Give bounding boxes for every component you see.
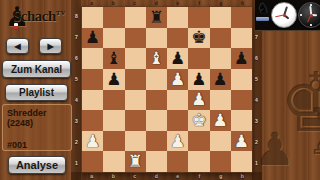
square-c6[interactable] [125, 48, 146, 69]
black-analog-clock [298, 2, 320, 28]
square-h5[interactable] [231, 69, 252, 90]
white-analog-clock [271, 2, 297, 28]
square-c2[interactable] [125, 131, 146, 152]
schachtv-logo: ♟ SchachTV [2, 2, 78, 34]
square-f3[interactable]: ♚ [188, 110, 209, 131]
square-a4[interactable] [82, 90, 103, 111]
square-f4[interactable]: ♟ [188, 90, 209, 111]
black-pawn[interactable]: ♟ [106, 70, 121, 87]
file-label-b: b [103, 173, 125, 180]
square-e1[interactable] [167, 151, 188, 172]
engine-name: Shredder [7, 108, 67, 118]
square-c1[interactable]: ♜ [125, 151, 146, 172]
square-a1[interactable] [82, 151, 103, 172]
square-b1[interactable] [103, 151, 124, 172]
rank-label-1: 1 [253, 152, 260, 173]
black-piece-icon: ♞ [257, 0, 270, 16]
app-screen: ♟ ♚ ♜ abcdefgh abcdefgh 87654321 8765432… [0, 0, 320, 180]
black-pawn[interactable]: ♟ [191, 70, 206, 87]
square-g3[interactable]: ♟ [210, 110, 231, 131]
square-h4[interactable] [231, 90, 252, 111]
white-clock-pin [283, 14, 286, 17]
rank-label-1: 1 [73, 152, 80, 173]
rank-label-3: 3 [253, 110, 260, 131]
square-f8[interactable] [188, 7, 209, 28]
square-c4[interactable] [125, 90, 146, 111]
game-number: #001 [7, 140, 67, 150]
square-b4[interactable] [103, 90, 124, 111]
square-a8[interactable] [82, 7, 103, 28]
rank-label-5: 5 [73, 69, 80, 90]
square-f7[interactable]: ♚ [188, 28, 209, 49]
white-pawn[interactable]: ♟ [85, 132, 100, 149]
black-king[interactable]: ♚ [191, 29, 206, 46]
file-labels-bottom: abcdefgh [81, 173, 253, 180]
clock-tick-6 [310, 24, 312, 26]
square-c3[interactable] [125, 110, 146, 131]
square-h7[interactable] [231, 28, 252, 49]
black-pawn[interactable]: ♟ [170, 50, 185, 67]
square-h2[interactable]: ♟ [231, 131, 252, 152]
square-g5[interactable]: ♟ [210, 69, 231, 90]
analyse-button[interactable]: Analyse [8, 156, 66, 174]
game-info-panel: Shredder (2248) #001 [2, 104, 72, 151]
square-h6[interactable]: ♟ [231, 48, 252, 69]
square-d4[interactable] [146, 90, 167, 111]
previous-button[interactable]: ◀ [6, 38, 29, 54]
clock-panel: ♞ [255, 0, 320, 31]
square-e6[interactable]: ♟ [167, 48, 188, 69]
square-f2[interactable] [188, 131, 209, 152]
engine-rating: (2248) [7, 118, 67, 128]
decor-rook-silhouette: ♜ [303, 100, 320, 164]
square-g8[interactable] [210, 7, 231, 28]
square-f1[interactable] [188, 151, 209, 172]
chess-board: ♜♟♚♝♝♟♟♟♟♟♟♟♚♟♟♟♟♜ [81, 6, 253, 173]
file-label-f: f [189, 173, 211, 180]
clock-tick-9 [300, 14, 302, 16]
square-h1[interactable] [231, 151, 252, 172]
square-d8[interactable]: ♜ [146, 7, 167, 28]
white-rook[interactable]: ♜ [128, 153, 143, 170]
square-b5[interactable]: ♟ [103, 69, 124, 90]
square-e8[interactable] [167, 7, 188, 28]
square-a5[interactable] [82, 69, 103, 90]
black-pawn[interactable]: ♟ [213, 70, 228, 87]
square-a3[interactable] [82, 110, 103, 131]
black-pawn[interactable]: ♟ [234, 50, 249, 67]
file-label-h: h [232, 173, 254, 180]
square-b2[interactable] [103, 131, 124, 152]
square-g2[interactable] [210, 131, 231, 152]
file-label-c: c [124, 173, 146, 180]
square-f6[interactable] [188, 48, 209, 69]
white-king[interactable]: ♚ [191, 111, 206, 128]
square-b3[interactable] [103, 110, 124, 131]
black-bishop[interactable]: ♝ [106, 50, 121, 67]
square-b8[interactable] [103, 7, 124, 28]
rank-labels-right: 87654321 [253, 6, 260, 173]
square-e3[interactable] [167, 110, 188, 131]
zum-kanal-button[interactable]: Zum Kanal [2, 60, 71, 78]
square-h3[interactable] [231, 110, 252, 131]
black-rook[interactable]: ♜ [149, 8, 164, 25]
file-label-g: g [210, 173, 232, 180]
white-pawn[interactable]: ♟ [170, 70, 185, 87]
rank-label-5: 5 [253, 69, 260, 90]
black-pawn[interactable]: ♟ [85, 29, 100, 46]
square-a7[interactable]: ♟ [82, 28, 103, 49]
square-d3[interactable] [146, 110, 167, 131]
square-h8[interactable] [231, 7, 252, 28]
black-clock-pin [310, 14, 313, 17]
square-e5[interactable]: ♟ [167, 69, 188, 90]
playlist-button[interactable]: Playlist [5, 84, 68, 101]
square-b6[interactable]: ♝ [103, 48, 124, 69]
square-g6[interactable] [210, 48, 231, 69]
square-e2[interactable]: ♟ [167, 131, 188, 152]
square-e7[interactable] [167, 28, 188, 49]
square-d2[interactable] [146, 131, 167, 152]
rank-label-6: 6 [253, 48, 260, 69]
white-pawn[interactable]: ♟ [213, 111, 228, 128]
logo-text: SchachTV [13, 8, 66, 25]
rank-label-4: 4 [73, 90, 80, 111]
square-d6[interactable]: ♝ [146, 48, 167, 69]
square-d1[interactable] [146, 151, 167, 172]
square-b7[interactable] [103, 28, 124, 49]
rank-label-3: 3 [73, 110, 80, 131]
square-c8[interactable] [125, 7, 146, 28]
square-c7[interactable] [125, 28, 146, 49]
white-pawn[interactable]: ♟ [191, 91, 206, 108]
rank-label-6: 6 [73, 48, 80, 69]
square-g7[interactable] [210, 28, 231, 49]
square-g4[interactable] [210, 90, 231, 111]
rank-label-2: 2 [73, 131, 80, 152]
square-d7[interactable] [146, 28, 167, 49]
square-a2[interactable]: ♟ [82, 131, 103, 152]
rank-label-4: 4 [253, 90, 260, 111]
next-button[interactable]: ▶ [39, 38, 62, 54]
square-g1[interactable] [210, 151, 231, 172]
file-label-a: a [81, 173, 103, 180]
file-label-e: e [167, 173, 189, 180]
square-f5[interactable]: ♟ [188, 69, 209, 90]
white-pawn[interactable]: ♟ [234, 132, 249, 149]
rank-label-2: 2 [253, 131, 260, 152]
file-label-d: d [146, 173, 168, 180]
square-e4[interactable] [167, 90, 188, 111]
square-c5[interactable] [125, 69, 146, 90]
square-d5[interactable] [146, 69, 167, 90]
white-pawn[interactable]: ♟ [170, 132, 185, 149]
square-a6[interactable] [82, 48, 103, 69]
white-bishop[interactable]: ♝ [149, 50, 164, 67]
shredder-badge [256, 17, 269, 21]
